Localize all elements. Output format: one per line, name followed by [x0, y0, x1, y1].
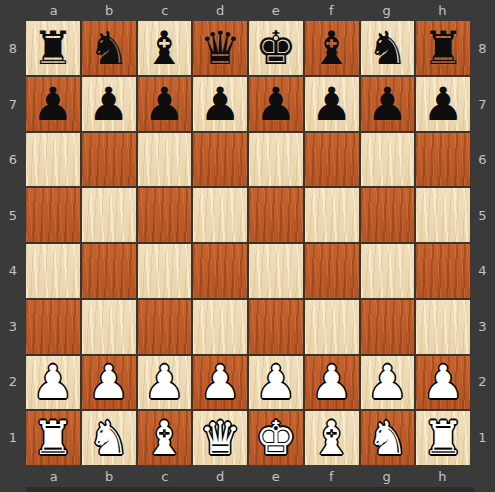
piece-white-pawn[interactable]: ♟: [200, 356, 241, 410]
square-b1[interactable]: ♞: [82, 411, 136, 465]
square-f2[interactable]: ♟: [305, 356, 359, 410]
square-g2[interactable]: ♟: [361, 356, 415, 410]
file-label-g: g: [359, 466, 415, 487]
square-a4[interactable]: [26, 244, 80, 298]
piece-white-knight[interactable]: ♞: [367, 411, 408, 465]
rank-label-6: 6: [0, 132, 26, 188]
file-label-d: d: [193, 0, 249, 21]
file-label-e: e: [248, 466, 304, 487]
square-g4[interactable]: [361, 244, 415, 298]
square-d1[interactable]: ♛: [193, 411, 247, 465]
square-b8[interactable]: ♞: [82, 21, 136, 75]
file-labels-top: abcdefgh: [26, 0, 470, 21]
square-e4[interactable]: [249, 244, 303, 298]
piece-white-pawn[interactable]: ♟: [423, 356, 464, 410]
rank-label-6: 6: [470, 132, 495, 188]
square-b3[interactable]: [82, 300, 136, 354]
square-e3[interactable]: [249, 300, 303, 354]
square-d8[interactable]: ♛: [193, 21, 247, 75]
square-e6[interactable]: [249, 133, 303, 187]
piece-black-pawn[interactable]: ♟: [311, 77, 352, 131]
square-h7[interactable]: ♟: [416, 77, 470, 131]
square-d2[interactable]: ♟: [193, 356, 247, 410]
square-c2[interactable]: ♟: [138, 356, 192, 410]
square-a2[interactable]: ♟: [26, 356, 80, 410]
square-b4[interactable]: [82, 244, 136, 298]
file-labels-bottom: abcdefgh: [26, 466, 470, 487]
file-label-c: c: [137, 466, 193, 487]
rank-label-8: 8: [470, 21, 495, 77]
piece-black-pawn[interactable]: ♟: [88, 77, 129, 131]
square-a5[interactable]: [26, 188, 80, 242]
file-label-e: e: [248, 0, 304, 21]
file-label-b: b: [82, 466, 138, 487]
piece-black-pawn[interactable]: ♟: [32, 77, 73, 131]
square-f6[interactable]: [305, 133, 359, 187]
piece-white-pawn[interactable]: ♟: [311, 356, 352, 410]
square-b6[interactable]: [82, 133, 136, 187]
square-f4[interactable]: [305, 244, 359, 298]
rank-label-2: 2: [0, 354, 26, 410]
square-g3[interactable]: [361, 300, 415, 354]
square-a3[interactable]: [26, 300, 80, 354]
file-label-a: a: [26, 466, 82, 487]
square-b5[interactable]: [82, 188, 136, 242]
piece-black-pawn[interactable]: ♟: [255, 77, 296, 131]
rank-label-3: 3: [470, 299, 495, 355]
piece-white-bishop[interactable]: ♝: [311, 411, 352, 465]
square-g6[interactable]: [361, 133, 415, 187]
piece-black-queen[interactable]: ♛: [200, 21, 241, 75]
piece-black-king[interactable]: ♚: [255, 21, 296, 75]
piece-white-knight[interactable]: ♞: [88, 411, 129, 465]
rank-label-4: 4: [0, 243, 26, 299]
rank-label-5: 5: [470, 188, 495, 244]
piece-black-bishop[interactable]: ♝: [311, 21, 352, 75]
piece-white-queen[interactable]: ♛: [200, 411, 241, 465]
rank-label-5: 5: [0, 188, 26, 244]
square-h4[interactable]: [416, 244, 470, 298]
square-g1[interactable]: ♞: [361, 411, 415, 465]
rank-label-2: 2: [470, 354, 495, 410]
window-edge: [26, 487, 474, 492]
square-g5[interactable]: [361, 188, 415, 242]
square-g8[interactable]: ♞: [361, 21, 415, 75]
square-f3[interactable]: [305, 300, 359, 354]
square-d3[interactable]: [193, 300, 247, 354]
square-c6[interactable]: [138, 133, 192, 187]
rank-labels-left: 87654321: [0, 21, 26, 465]
file-label-h: h: [415, 0, 471, 21]
file-label-f: f: [304, 466, 360, 487]
square-c7[interactable]: ♟: [138, 77, 192, 131]
square-e2[interactable]: ♟: [249, 356, 303, 410]
square-b2[interactable]: ♟: [82, 356, 136, 410]
rank-label-7: 7: [0, 77, 26, 133]
square-c3[interactable]: [138, 300, 192, 354]
piece-white-king[interactable]: ♚: [255, 411, 296, 465]
piece-white-pawn[interactable]: ♟: [144, 356, 185, 410]
piece-black-knight[interactable]: ♞: [367, 21, 408, 75]
square-a6[interactable]: [26, 133, 80, 187]
piece-black-knight[interactable]: ♞: [88, 21, 129, 75]
square-h2[interactable]: ♟: [416, 356, 470, 410]
piece-white-pawn[interactable]: ♟: [255, 356, 296, 410]
square-d4[interactable]: [193, 244, 247, 298]
square-a8[interactable]: ♜: [26, 21, 80, 75]
file-label-f: f: [304, 0, 360, 21]
rank-label-4: 4: [470, 243, 495, 299]
piece-black-pawn[interactable]: ♟: [367, 77, 408, 131]
square-b7[interactable]: ♟: [82, 77, 136, 131]
square-h6[interactable]: [416, 133, 470, 187]
piece-white-bishop[interactable]: ♝: [144, 411, 185, 465]
rank-label-3: 3: [0, 299, 26, 355]
square-c8[interactable]: ♝: [138, 21, 192, 75]
square-c4[interactable]: [138, 244, 192, 298]
piece-white-pawn[interactable]: ♟: [367, 356, 408, 410]
file-label-g: g: [359, 0, 415, 21]
piece-black-pawn[interactable]: ♟: [200, 77, 241, 131]
piece-white-rook[interactable]: ♜: [32, 411, 73, 465]
file-label-h: h: [415, 466, 471, 487]
app-background: { "game": "chess", "position": { "fen": …: [0, 0, 495, 492]
square-h1[interactable]: ♜: [416, 411, 470, 465]
chess-board: ♜♞♝♛♚♝♞♜♟♟♟♟♟♟♟♟♟♟♟♟♟♟♟♟♜♞♝♛♚♝♞♜: [26, 21, 470, 465]
piece-black-pawn[interactable]: ♟: [144, 77, 185, 131]
file-label-a: a: [26, 0, 82, 21]
square-c1[interactable]: ♝: [138, 411, 192, 465]
square-h8[interactable]: ♜: [416, 21, 470, 75]
square-f8[interactable]: ♝: [305, 21, 359, 75]
square-d6[interactable]: [193, 133, 247, 187]
square-f1[interactable]: ♝: [305, 411, 359, 465]
square-e8[interactable]: ♚: [249, 21, 303, 75]
square-d5[interactable]: [193, 188, 247, 242]
square-c5[interactable]: [138, 188, 192, 242]
file-label-c: c: [137, 0, 193, 21]
square-f5[interactable]: [305, 188, 359, 242]
square-a7[interactable]: ♟: [26, 77, 80, 131]
rank-label-8: 8: [0, 21, 26, 77]
piece-white-rook[interactable]: ♜: [423, 411, 464, 465]
rank-label-1: 1: [470, 410, 495, 466]
square-h5[interactable]: [416, 188, 470, 242]
square-e7[interactable]: ♟: [249, 77, 303, 131]
piece-black-rook[interactable]: ♜: [32, 21, 73, 75]
file-label-d: d: [193, 466, 249, 487]
square-e5[interactable]: [249, 188, 303, 242]
square-h3[interactable]: [416, 300, 470, 354]
square-a1[interactable]: ♜: [26, 411, 80, 465]
piece-white-pawn[interactable]: ♟: [88, 356, 129, 410]
piece-black-rook[interactable]: ♜: [423, 21, 464, 75]
piece-black-bishop[interactable]: ♝: [144, 21, 185, 75]
rank-labels-right: 87654321: [470, 21, 495, 465]
rank-label-7: 7: [470, 77, 495, 133]
square-d7[interactable]: ♟: [193, 77, 247, 131]
file-label-b: b: [82, 0, 138, 21]
rank-label-1: 1: [0, 410, 26, 466]
piece-black-pawn[interactable]: ♟: [423, 77, 464, 131]
square-g7[interactable]: ♟: [361, 77, 415, 131]
square-e1[interactable]: ♚: [249, 411, 303, 465]
piece-white-pawn[interactable]: ♟: [32, 356, 73, 410]
square-f7[interactable]: ♟: [305, 77, 359, 131]
